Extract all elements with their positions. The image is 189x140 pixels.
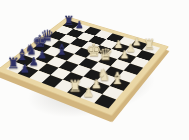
piece-navy-bishop-d6: ♝ [54,43,68,58]
piece-navy-pawn-a7: ♟ [17,63,32,75]
piece-cream-rook-h1: ♜ [142,38,156,52]
piece-cream-pawn-a2: ♟ [80,86,96,99]
piece-navy-pawn-h7: ♟ [73,20,86,30]
chess-set-photo: ♜♟♟♜♟♟♟♛♚♛♚♝♞♟♞♝♝♟♟♜♟♜♟ [0,0,189,140]
piece-cream-pawn-f2: ♟ [117,49,131,60]
piece-cream-bishop-c1: ♝ [109,71,124,88]
piece-cream-queen-e3: ♛ [98,47,112,63]
